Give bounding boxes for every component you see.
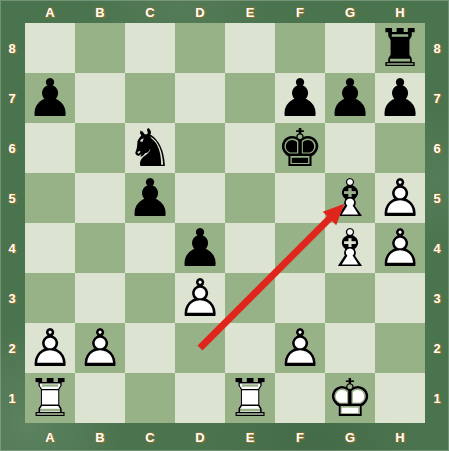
square-c1[interactable] <box>125 373 175 423</box>
square-b5[interactable] <box>75 173 125 223</box>
piece-white-rook[interactable]: ♜♖ <box>25 373 75 423</box>
square-c4[interactable] <box>125 223 175 273</box>
white-pawn-icon: ♙ <box>275 323 325 373</box>
chess-board: ♜♟♟♟♟♞♚♟♝♗♟♙♟♝♗♟♙♟♙♟♙♟♙♟♙♜♖♜♖♚♔ <box>25 23 425 423</box>
file-label-top-h: H <box>395 5 404 20</box>
square-b8[interactable] <box>75 23 125 73</box>
square-g1[interactable]: ♚♔ <box>325 373 375 423</box>
square-h3[interactable] <box>375 273 425 323</box>
piece-white-bishop[interactable]: ♝♗ <box>325 223 375 273</box>
white-rook-icon: ♖ <box>225 373 275 423</box>
rank-label-left-7: 7 <box>8 91 15 106</box>
white-pawn-icon: ♙ <box>75 323 125 373</box>
square-d3[interactable]: ♟♙ <box>175 273 225 323</box>
square-f8[interactable] <box>275 23 325 73</box>
rank-label-left-2: 2 <box>8 341 15 356</box>
rank-label-right-1: 1 <box>433 391 440 406</box>
square-e4[interactable] <box>225 223 275 273</box>
square-a5[interactable] <box>25 173 75 223</box>
piece-white-pawn[interactable]: ♟♙ <box>375 223 425 273</box>
square-g8[interactable] <box>325 23 375 73</box>
square-a8[interactable] <box>25 23 75 73</box>
square-b1[interactable] <box>75 373 125 423</box>
square-c6[interactable]: ♞ <box>125 123 175 173</box>
white-bishop-fill: ♝ <box>325 223 375 273</box>
square-d1[interactable] <box>175 373 225 423</box>
square-c2[interactable] <box>125 323 175 373</box>
square-c5[interactable]: ♟ <box>125 173 175 223</box>
square-h1[interactable] <box>375 373 425 423</box>
square-d7[interactable] <box>175 73 225 123</box>
rank-label-right-7: 7 <box>433 91 440 106</box>
square-e8[interactable] <box>225 23 275 73</box>
square-c3[interactable] <box>125 273 175 323</box>
rank-label-right-8: 8 <box>433 41 440 56</box>
square-d5[interactable] <box>175 173 225 223</box>
black-rook-icon[interactable]: ♜ <box>375 23 425 73</box>
square-h7[interactable]: ♟ <box>375 73 425 123</box>
square-d2[interactable] <box>175 323 225 373</box>
file-label-top-g: G <box>345 5 355 20</box>
rank-label-left-5: 5 <box>8 191 15 206</box>
rank-label-right-2: 2 <box>433 341 440 356</box>
square-h2[interactable] <box>375 323 425 373</box>
black-pawn-icon[interactable]: ♟ <box>275 73 325 123</box>
white-pawn-fill: ♟ <box>375 173 425 223</box>
white-rook-fill: ♜ <box>225 373 275 423</box>
square-h4[interactable]: ♟♙ <box>375 223 425 273</box>
square-g5[interactable]: ♝♗ <box>325 173 375 223</box>
file-label-top-b: B <box>95 5 104 20</box>
black-pawn-icon[interactable]: ♟ <box>125 173 175 223</box>
piece-white-rook[interactable]: ♜♖ <box>225 373 275 423</box>
square-f7[interactable]: ♟ <box>275 73 325 123</box>
white-pawn-icon: ♙ <box>25 323 75 373</box>
file-label-bottom-c: C <box>145 430 154 445</box>
rank-label-left-8: 8 <box>8 41 15 56</box>
piece-white-pawn[interactable]: ♟♙ <box>375 173 425 223</box>
square-g6[interactable] <box>325 123 375 173</box>
square-a1[interactable]: ♜♖ <box>25 373 75 423</box>
black-pawn-icon[interactable]: ♟ <box>175 223 225 273</box>
square-e5[interactable] <box>225 173 275 223</box>
black-knight-icon[interactable]: ♞ <box>125 123 175 173</box>
square-d8[interactable] <box>175 23 225 73</box>
square-f1[interactable] <box>275 373 325 423</box>
white-rook-fill: ♜ <box>25 373 75 423</box>
piece-white-pawn[interactable]: ♟♙ <box>175 273 225 323</box>
square-e2[interactable] <box>225 323 275 373</box>
white-king-fill: ♚ <box>325 373 375 423</box>
square-e7[interactable] <box>225 73 275 123</box>
white-bishop-icon: ♗ <box>325 173 375 223</box>
square-c7[interactable] <box>125 73 175 123</box>
square-c8[interactable] <box>125 23 175 73</box>
black-king-icon[interactable]: ♚ <box>275 123 325 173</box>
rank-label-left-3: 3 <box>8 291 15 306</box>
white-pawn-fill: ♟ <box>75 323 125 373</box>
file-label-bottom-g: G <box>345 430 355 445</box>
rank-label-left-1: 1 <box>8 391 15 406</box>
white-rook-icon: ♖ <box>25 373 75 423</box>
square-b3[interactable] <box>75 273 125 323</box>
square-e3[interactable] <box>225 273 275 323</box>
white-bishop-icon: ♗ <box>325 223 375 273</box>
white-pawn-fill: ♟ <box>25 323 75 373</box>
black-pawn-icon[interactable]: ♟ <box>25 73 75 123</box>
white-pawn-fill: ♟ <box>275 323 325 373</box>
square-a6[interactable] <box>25 123 75 173</box>
white-pawn-icon: ♙ <box>175 273 225 323</box>
white-pawn-icon: ♙ <box>375 173 425 223</box>
square-f4[interactable] <box>275 223 325 273</box>
white-pawn-icon: ♙ <box>375 223 425 273</box>
white-bishop-fill: ♝ <box>325 173 375 223</box>
square-f2[interactable]: ♟♙ <box>275 323 325 373</box>
square-g7[interactable]: ♟ <box>325 73 375 123</box>
square-a4[interactable] <box>25 223 75 273</box>
square-e1[interactable]: ♜♖ <box>225 373 275 423</box>
file-label-top-f: F <box>296 5 304 20</box>
square-d6[interactable] <box>175 123 225 173</box>
piece-white-pawn[interactable]: ♟♙ <box>25 323 75 373</box>
file-label-top-a: A <box>45 5 54 20</box>
piece-white-king[interactable]: ♚♔ <box>325 373 375 423</box>
white-king-icon: ♔ <box>325 373 375 423</box>
square-h5[interactable]: ♟♙ <box>375 173 425 223</box>
file-label-top-d: D <box>195 5 204 20</box>
white-pawn-fill: ♟ <box>175 273 225 323</box>
rank-label-left-4: 4 <box>8 241 15 256</box>
square-h6[interactable] <box>375 123 425 173</box>
square-a7[interactable]: ♟ <box>25 73 75 123</box>
square-b6[interactable] <box>75 123 125 173</box>
black-pawn-icon[interactable]: ♟ <box>375 73 425 123</box>
square-b4[interactable] <box>75 223 125 273</box>
piece-white-pawn[interactable]: ♟♙ <box>275 323 325 373</box>
file-label-bottom-a: A <box>45 430 54 445</box>
file-label-bottom-d: D <box>195 430 204 445</box>
black-pawn-icon[interactable]: ♟ <box>325 73 375 123</box>
file-label-bottom-e: E <box>246 430 255 445</box>
square-e6[interactable] <box>225 123 275 173</box>
chess-diagram: ♜♟♟♟♟♞♚♟♝♗♟♙♟♝♗♟♙♟♙♟♙♟♙♟♙♜♖♜♖♚♔ AABBCCDD… <box>0 0 449 451</box>
square-g3[interactable] <box>325 273 375 323</box>
square-h8[interactable]: ♜ <box>375 23 425 73</box>
rank-label-right-6: 6 <box>433 141 440 156</box>
piece-white-pawn[interactable]: ♟♙ <box>75 323 125 373</box>
square-a3[interactable] <box>25 273 75 323</box>
square-f5[interactable] <box>275 173 325 223</box>
piece-white-bishop[interactable]: ♝♗ <box>325 173 375 223</box>
square-g2[interactable] <box>325 323 375 373</box>
rank-label-right-3: 3 <box>433 291 440 306</box>
square-b7[interactable] <box>75 73 125 123</box>
rank-label-right-4: 4 <box>433 241 440 256</box>
file-label-top-c: C <box>145 5 154 20</box>
square-d4[interactable]: ♟ <box>175 223 225 273</box>
file-label-bottom-f: F <box>296 430 304 445</box>
square-f6[interactable]: ♚ <box>275 123 325 173</box>
square-g4[interactable]: ♝♗ <box>325 223 375 273</box>
rank-label-left-6: 6 <box>8 141 15 156</box>
square-b2[interactable]: ♟♙ <box>75 323 125 373</box>
file-label-bottom-b: B <box>95 430 104 445</box>
square-f3[interactable] <box>275 273 325 323</box>
square-a2[interactable]: ♟♙ <box>25 323 75 373</box>
file-label-top-e: E <box>246 5 255 20</box>
rank-label-right-5: 5 <box>433 191 440 206</box>
white-pawn-fill: ♟ <box>375 223 425 273</box>
file-label-bottom-h: H <box>395 430 404 445</box>
